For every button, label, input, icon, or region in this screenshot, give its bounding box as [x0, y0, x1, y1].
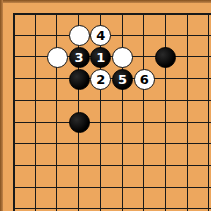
move-number: 1 — [96, 51, 105, 64]
white-stone-move-4[interactable]: 4 — [90, 25, 111, 46]
go-board-diagram: 431256 — [0, 0, 211, 211]
black-stone[interactable] — [155, 47, 176, 68]
white-stone[interactable] — [112, 47, 133, 68]
white-stone[interactable] — [47, 47, 68, 68]
black-stone[interactable] — [69, 112, 90, 133]
black-stone-move-3[interactable]: 3 — [69, 47, 90, 68]
white-stone-move-6[interactable]: 6 — [134, 69, 155, 90]
stones-layer: 431256 — [0, 0, 211, 211]
move-number: 2 — [96, 73, 105, 86]
black-stone[interactable] — [69, 69, 90, 90]
white-stone-move-2[interactable]: 2 — [90, 69, 111, 90]
black-stone-move-5[interactable]: 5 — [112, 69, 133, 90]
move-number: 3 — [75, 51, 84, 64]
move-number: 5 — [118, 73, 127, 86]
move-number: 6 — [140, 73, 149, 86]
move-number: 4 — [96, 29, 105, 42]
white-stone[interactable] — [69, 25, 90, 46]
black-stone-move-1[interactable]: 1 — [90, 47, 111, 68]
